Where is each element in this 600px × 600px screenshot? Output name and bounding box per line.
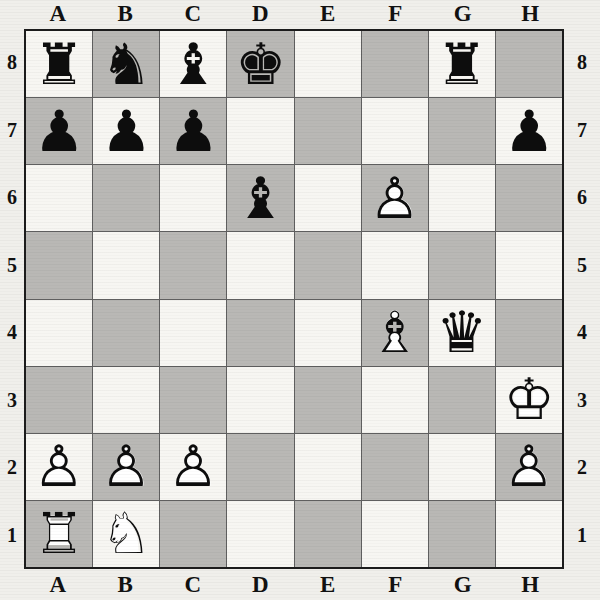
white-knight: ♘ <box>93 501 159 567</box>
square-d8[interactable]: ♚ <box>227 31 293 97</box>
rank-label-4-right: 4 <box>564 299 600 367</box>
square-a6[interactable] <box>26 165 92 231</box>
square-e3[interactable] <box>295 367 361 433</box>
black-pawn: ♟ <box>26 98 92 164</box>
square-b5[interactable] <box>93 232 159 298</box>
rank-label-6-left: 6 <box>0 164 24 232</box>
file-label-d-top: D <box>227 0 295 28</box>
rank-label-8-right: 8 <box>564 29 600 97</box>
square-b3[interactable] <box>93 367 159 433</box>
square-g3[interactable] <box>429 367 495 433</box>
square-h5[interactable] <box>496 232 562 298</box>
rank-label-3-right: 3 <box>564 367 600 435</box>
square-e1[interactable] <box>295 501 361 567</box>
square-a2[interactable]: ♟♙ <box>26 434 92 500</box>
square-d4[interactable] <box>227 300 293 366</box>
white-king: ♔ <box>496 367 562 433</box>
rank-label-1-left: 1 <box>0 502 24 570</box>
file-label-g-bottom: G <box>429 571 497 599</box>
square-c5[interactable] <box>160 232 226 298</box>
chess-board: ♜♞♝♚♜♟♟♟♟♝♟♙♝♗♛♚♔♟♙♟♙♟♙♟♙♜♖♞♘ <box>24 29 564 569</box>
square-e4[interactable] <box>295 300 361 366</box>
square-a7[interactable]: ♟ <box>26 98 92 164</box>
square-g2[interactable] <box>429 434 495 500</box>
square-d7[interactable] <box>227 98 293 164</box>
black-pawn: ♟ <box>496 98 562 164</box>
square-c6[interactable] <box>160 165 226 231</box>
square-d1[interactable] <box>227 501 293 567</box>
file-label-g-top: G <box>429 0 497 28</box>
white-rook: ♖ <box>26 501 92 567</box>
square-g4[interactable]: ♛ <box>429 300 495 366</box>
white-pawn: ♙ <box>362 165 428 231</box>
square-d5[interactable] <box>227 232 293 298</box>
white-pawn: ♙ <box>496 434 562 500</box>
square-e6[interactable] <box>295 165 361 231</box>
square-c7[interactable]: ♟ <box>160 98 226 164</box>
black-bishop: ♝ <box>227 165 293 231</box>
rank-label-5-right: 5 <box>564 232 600 300</box>
square-e2[interactable] <box>295 434 361 500</box>
square-h6[interactable] <box>496 165 562 231</box>
square-d6[interactable]: ♝ <box>227 165 293 231</box>
square-h2[interactable]: ♟♙ <box>496 434 562 500</box>
square-h7[interactable]: ♟ <box>496 98 562 164</box>
square-h1[interactable] <box>496 501 562 567</box>
black-rook: ♜ <box>429 31 495 97</box>
file-label-h-bottom: H <box>497 571 565 599</box>
square-c4[interactable] <box>160 300 226 366</box>
rank-label-8-left: 8 <box>0 29 24 97</box>
black-king: ♚ <box>227 31 293 97</box>
file-label-b-top: B <box>92 0 160 28</box>
rank-label-5-left: 5 <box>0 232 24 300</box>
square-e8[interactable] <box>295 31 361 97</box>
square-h3[interactable]: ♚♔ <box>496 367 562 433</box>
square-b4[interactable] <box>93 300 159 366</box>
file-label-h-top: H <box>497 0 565 28</box>
rank-labels-left: 87654321 <box>0 29 24 569</box>
file-label-a-top: A <box>24 0 92 28</box>
black-queen: ♛ <box>429 300 495 366</box>
square-f2[interactable] <box>362 434 428 500</box>
file-label-e-bottom: E <box>294 571 362 599</box>
file-label-f-top: F <box>362 0 430 28</box>
square-b1[interactable]: ♞♘ <box>93 501 159 567</box>
black-knight: ♞ <box>93 31 159 97</box>
file-label-a-bottom: A <box>24 571 92 599</box>
file-label-c-bottom: C <box>159 571 227 599</box>
square-h8[interactable] <box>496 31 562 97</box>
file-label-c-top: C <box>159 0 227 28</box>
square-g1[interactable] <box>429 501 495 567</box>
square-c2[interactable]: ♟♙ <box>160 434 226 500</box>
square-e5[interactable] <box>295 232 361 298</box>
square-g7[interactable] <box>429 98 495 164</box>
square-a4[interactable] <box>26 300 92 366</box>
rank-label-2-left: 2 <box>0 434 24 502</box>
white-pawn: ♙ <box>160 434 226 500</box>
black-rook: ♜ <box>26 31 92 97</box>
square-a3[interactable] <box>26 367 92 433</box>
white-pawn: ♙ <box>26 434 92 500</box>
rank-labels-right: 87654321 <box>564 29 600 569</box>
square-d2[interactable] <box>227 434 293 500</box>
square-g8[interactable]: ♜ <box>429 31 495 97</box>
square-f4[interactable]: ♝♗ <box>362 300 428 366</box>
square-c3[interactable] <box>160 367 226 433</box>
rank-label-7-left: 7 <box>0 97 24 165</box>
square-d3[interactable] <box>227 367 293 433</box>
square-f6[interactable]: ♟♙ <box>362 165 428 231</box>
rank-label-2-right: 2 <box>564 434 600 502</box>
file-label-e-top: E <box>294 0 362 28</box>
square-b7[interactable]: ♟ <box>93 98 159 164</box>
file-labels-bottom: ABCDEFGH <box>24 571 564 599</box>
square-b6[interactable] <box>93 165 159 231</box>
rank-label-1-right: 1 <box>564 502 600 570</box>
rank-label-6-right: 6 <box>564 164 600 232</box>
square-a8[interactable]: ♜ <box>26 31 92 97</box>
square-c1[interactable] <box>160 501 226 567</box>
square-f5[interactable] <box>362 232 428 298</box>
black-pawn: ♟ <box>93 98 159 164</box>
square-c8[interactable]: ♝ <box>160 31 226 97</box>
rank-label-4-left: 4 <box>0 299 24 367</box>
square-g6[interactable] <box>429 165 495 231</box>
rank-label-7-right: 7 <box>564 97 600 165</box>
chess-diagram: ABCDEFGH 87654321 ♜♞♝♚♜♟♟♟♟♝♟♙♝♗♛♚♔♟♙♟♙♟… <box>0 0 600 600</box>
square-a1[interactable]: ♜♖ <box>26 501 92 567</box>
square-f1[interactable] <box>362 501 428 567</box>
file-label-f-bottom: F <box>362 571 430 599</box>
square-g5[interactable] <box>429 232 495 298</box>
file-labels-top: ABCDEFGH <box>24 0 564 28</box>
square-h4[interactable] <box>496 300 562 366</box>
square-b8[interactable]: ♞ <box>93 31 159 97</box>
square-f3[interactable] <box>362 367 428 433</box>
black-bishop: ♝ <box>160 31 226 97</box>
file-label-d-bottom: D <box>227 571 295 599</box>
square-f7[interactable] <box>362 98 428 164</box>
square-b2[interactable]: ♟♙ <box>93 434 159 500</box>
white-pawn: ♙ <box>93 434 159 500</box>
rank-label-3-left: 3 <box>0 367 24 435</box>
square-e7[interactable] <box>295 98 361 164</box>
square-f8[interactable] <box>362 31 428 97</box>
square-a5[interactable] <box>26 232 92 298</box>
black-pawn: ♟ <box>160 98 226 164</box>
file-label-b-bottom: B <box>92 571 160 599</box>
white-bishop: ♗ <box>362 300 428 366</box>
